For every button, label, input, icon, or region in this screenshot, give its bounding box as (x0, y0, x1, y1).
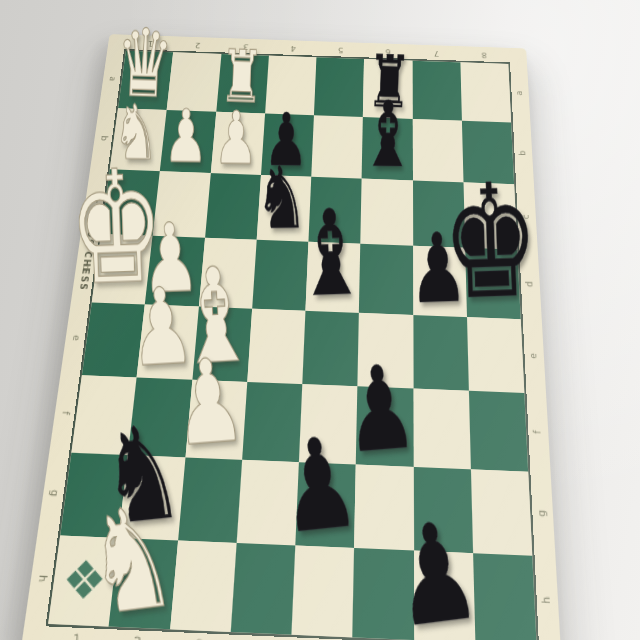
square-d1: ♚ (92, 234, 153, 305)
rank-label-8: 8 (460, 46, 508, 64)
square-d2: ♟ (145, 236, 205, 307)
square-d6 (359, 244, 413, 315)
square-c8 (463, 182, 517, 249)
square-a7 (412, 61, 461, 121)
rank-label-2: 2 (107, 627, 169, 640)
square-h2: ♞ (109, 538, 178, 629)
square-h8 (473, 553, 537, 640)
square-d3 (198, 238, 256, 309)
rank-label-6: 6 (364, 43, 412, 61)
chess-board: 12345678 12345678 abcdefgh abcdefgh ❖ US… (21, 34, 562, 640)
piece-black-pawn-b4: ♟ (264, 105, 309, 175)
square-f2 (128, 377, 192, 457)
piece-white-pawn-b2: ♟ (163, 101, 208, 171)
playing-squares: ♛♜♜♞♟♟♟♝♞♚♟♝♟♚♟♝♟♟♞♟❖♞♟ (48, 51, 536, 640)
square-d7: ♟ (413, 246, 467, 317)
square-e7 (413, 315, 469, 391)
square-g2: ♞ (119, 455, 185, 540)
square-b7 (412, 119, 463, 182)
square-g3 (178, 457, 242, 543)
square-h4 (230, 543, 295, 635)
square-c4: ♞ (256, 175, 311, 242)
square-f1 (71, 375, 136, 455)
square-b3: ♟ (210, 112, 264, 175)
square-f3: ♟ (185, 380, 247, 460)
square-b6: ♝ (362, 117, 413, 180)
square-h3 (170, 540, 237, 631)
square-c1 (101, 169, 160, 236)
square-e4 (247, 309, 305, 384)
square-d4 (252, 240, 309, 311)
square-c3 (205, 173, 261, 240)
vinyl-board-mat: 12345678 12345678 abcdefgh abcdefgh ❖ US… (21, 34, 562, 640)
square-d5: ♝ (305, 242, 360, 313)
square-e1 (82, 302, 145, 377)
square-g7 (413, 467, 473, 553)
square-a6: ♜ (363, 59, 412, 119)
square-f8 (469, 391, 528, 472)
square-f6: ♟ (356, 386, 413, 467)
square-e5 (302, 311, 359, 387)
square-h5 (291, 546, 354, 638)
rank-label-3: 3 (221, 38, 270, 56)
square-b8 (462, 121, 514, 185)
square-g8 (471, 469, 533, 555)
piece-white-pawn-d2: ♟ (140, 213, 201, 305)
piece-white-pawn-b3: ♟ (213, 103, 258, 173)
corner-diamond-logo: ❖ (59, 549, 108, 612)
square-f7 (413, 389, 471, 470)
square-a1: ♛ (118, 51, 173, 110)
rank-label-1: 1 (45, 624, 108, 640)
square-c2 (153, 171, 211, 238)
square-g5: ♟ (295, 462, 356, 548)
rank-label-4: 4 (269, 40, 317, 58)
square-h7: ♟ (414, 551, 476, 640)
square-b5 (311, 115, 363, 178)
piece-white-queen-a1: ♛ (114, 18, 174, 109)
rank-label-5: 5 (316, 41, 364, 59)
square-g6 (354, 465, 413, 551)
square-d8: ♚ (465, 248, 521, 319)
square-c6 (361, 179, 413, 246)
square-f4 (242, 382, 302, 462)
table-background: 12345678 12345678 abcdefgh abcdefgh ❖ US… (0, 0, 640, 640)
square-e8 (467, 317, 525, 393)
square-e6 (358, 313, 413, 389)
square-a4 (265, 56, 317, 116)
square-b4: ♟ (261, 114, 314, 177)
rank-label-7: 7 (412, 45, 460, 63)
square-a2 (167, 52, 221, 112)
square-c5 (308, 177, 361, 244)
square-c7 (413, 180, 465, 247)
square-a5 (314, 57, 364, 117)
square-e3: ♝ (192, 307, 252, 382)
square-f5 (299, 384, 358, 464)
square-b2: ♟ (160, 110, 216, 173)
square-g4 (236, 460, 299, 546)
rank-label-1: 1 (126, 35, 175, 53)
square-g1 (60, 453, 128, 538)
square-e2: ♟ (137, 305, 199, 380)
square-h1: ❖ (48, 535, 119, 626)
square-h6 (353, 548, 414, 640)
square-a8 (460, 62, 511, 122)
square-b1: ♞ (110, 108, 167, 171)
square-a3: ♜ (216, 54, 269, 114)
rank-label-2: 2 (173, 36, 222, 54)
